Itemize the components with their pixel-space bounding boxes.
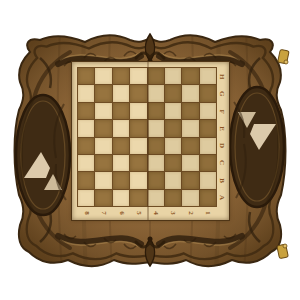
square-g3[interactable]	[165, 85, 181, 101]
square-g2[interactable]	[182, 85, 198, 101]
square-b3[interactable]	[165, 172, 181, 188]
square-f2[interactable]	[182, 103, 198, 119]
square-e5[interactable]	[130, 120, 146, 136]
rank-label-6: 6	[114, 204, 128, 221]
file-label-f: F	[214, 105, 231, 118]
square-e3[interactable]	[165, 120, 181, 136]
square-b2[interactable]	[182, 172, 198, 188]
square-c2[interactable]	[182, 155, 198, 171]
rank-label-3: 3	[166, 204, 180, 221]
file-labels: HGFEDCBA	[216, 68, 229, 206]
square-g4[interactable]	[148, 85, 164, 101]
square-b5[interactable]	[130, 172, 146, 188]
chess-board: HGFEDCBA 87654321	[72, 62, 229, 220]
file-label-e: E	[214, 122, 231, 135]
rank-label-4: 4	[149, 204, 163, 221]
right-ararat-medallion	[230, 87, 284, 207]
square-d7[interactable]	[95, 138, 111, 154]
square-c6[interactable]	[113, 155, 129, 171]
square-f8[interactable]	[78, 103, 94, 119]
left-ararat-medallion	[16, 95, 70, 215]
square-e8[interactable]	[78, 120, 94, 136]
square-d8[interactable]	[78, 138, 94, 154]
rank-label-1: 1	[200, 204, 214, 221]
file-label-a: A	[214, 191, 231, 204]
brass-clasp-top[interactable]	[278, 49, 290, 64]
product-photo: HGFEDCBA 87654321	[0, 0, 300, 300]
square-d5[interactable]	[130, 138, 146, 154]
brass-clasp-bottom[interactable]	[277, 244, 289, 259]
file-label-g: G	[214, 87, 231, 100]
square-h3[interactable]	[165, 68, 181, 84]
square-e6[interactable]	[113, 120, 129, 136]
square-d3[interactable]	[165, 138, 181, 154]
square-e2[interactable]	[182, 120, 198, 136]
square-f6[interactable]	[113, 103, 129, 119]
square-b8[interactable]	[78, 172, 94, 188]
square-d6[interactable]	[113, 138, 129, 154]
squares-grid	[78, 68, 216, 206]
square-f5[interactable]	[130, 103, 146, 119]
square-h5[interactable]	[130, 68, 146, 84]
square-c7[interactable]	[95, 155, 111, 171]
square-e4[interactable]	[148, 120, 164, 136]
square-g8[interactable]	[78, 85, 94, 101]
file-label-b: B	[214, 174, 231, 187]
rank-label-2: 2	[183, 204, 197, 221]
square-h7[interactable]	[95, 68, 111, 84]
square-c8[interactable]	[78, 155, 94, 171]
square-b6[interactable]	[113, 172, 129, 188]
square-b4[interactable]	[148, 172, 164, 188]
file-label-c: C	[214, 156, 231, 169]
square-d2[interactable]	[182, 138, 198, 154]
file-label-d: D	[214, 139, 231, 152]
square-f4[interactable]	[148, 103, 164, 119]
square-g5[interactable]	[130, 85, 146, 101]
rank-labels: 87654321	[78, 206, 216, 220]
square-e7[interactable]	[95, 120, 111, 136]
square-c3[interactable]	[165, 155, 181, 171]
square-h6[interactable]	[113, 68, 129, 84]
square-f7[interactable]	[95, 103, 111, 119]
square-c5[interactable]	[130, 155, 146, 171]
square-d4[interactable]	[148, 138, 164, 154]
square-g6[interactable]	[113, 85, 129, 101]
square-h2[interactable]	[182, 68, 198, 84]
file-label-h: H	[214, 70, 231, 83]
square-g7[interactable]	[95, 85, 111, 101]
square-c4[interactable]	[148, 155, 164, 171]
rank-label-5: 5	[131, 204, 145, 221]
square-b7[interactable]	[95, 172, 111, 188]
square-h8[interactable]	[78, 68, 94, 84]
square-f3[interactable]	[165, 103, 181, 119]
square-h4[interactable]	[148, 68, 164, 84]
rank-label-8: 8	[80, 204, 94, 221]
rank-label-7: 7	[97, 204, 111, 221]
